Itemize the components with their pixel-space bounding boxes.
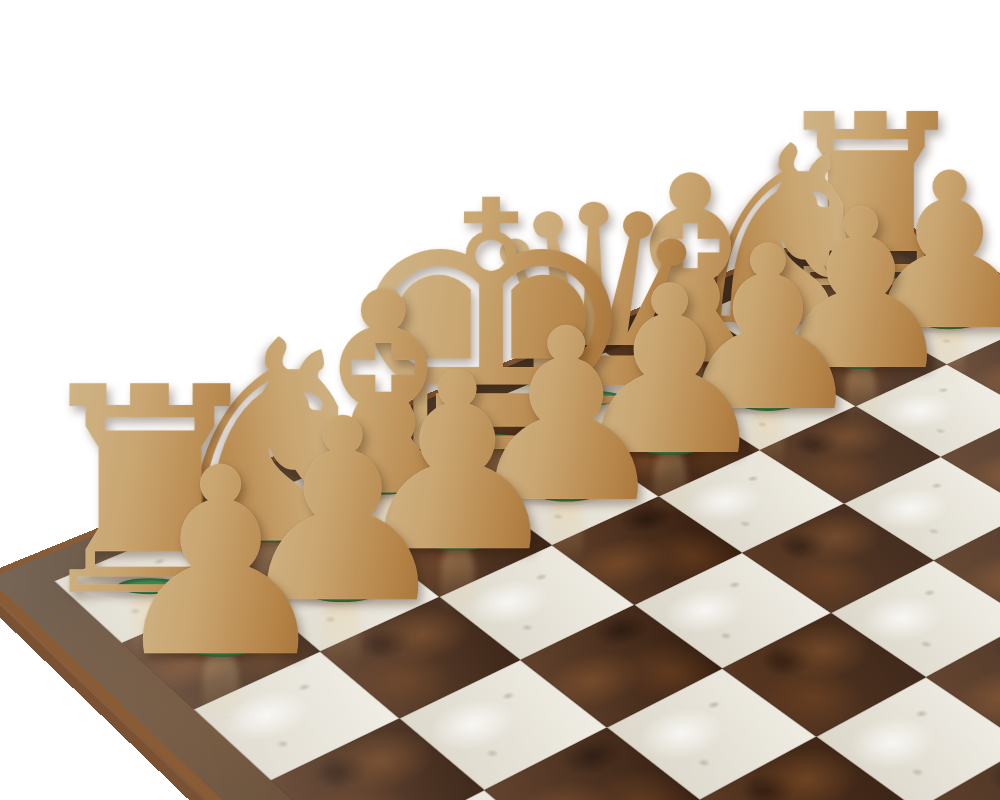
chess-board-frame bbox=[0, 210, 1000, 800]
chess-board bbox=[54, 240, 1000, 800]
chess-set-photo: Overhead-angle product photograph of a l… bbox=[0, 0, 1000, 800]
